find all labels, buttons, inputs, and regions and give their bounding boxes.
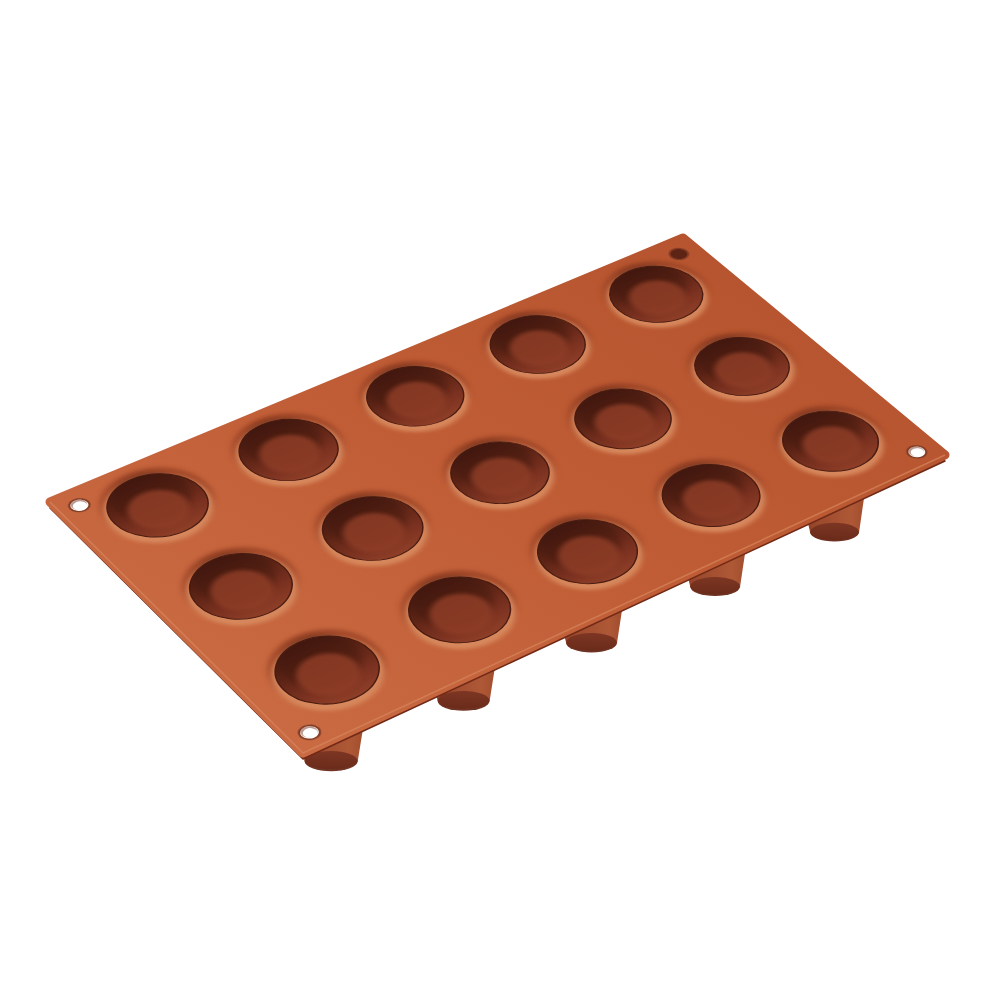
cup-bottom bbox=[438, 691, 490, 711]
cup-bottom bbox=[690, 577, 740, 596]
cup-bottom bbox=[810, 523, 859, 542]
product-photo-stage bbox=[0, 0, 1000, 1000]
cup-bottom bbox=[566, 633, 617, 653]
silicone-mold-scene bbox=[0, 0, 1000, 1000]
